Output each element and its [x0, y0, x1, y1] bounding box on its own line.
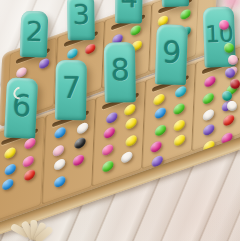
counter-dot-light-pink[interactable] — [52, 144, 64, 158]
counter-dot-green[interactable] — [202, 92, 214, 106]
boards-wrapper: 2345 678910 — [0, 0, 240, 241]
counter-dot-yellow[interactable] — [153, 93, 165, 107]
counter-dot-red[interactable] — [23, 168, 35, 182]
counter-dot-yellow[interactable] — [123, 103, 135, 117]
tray-bead-purple[interactable] — [225, 68, 235, 78]
tile-number: 2 — [25, 16, 42, 54]
tile-number: 7 — [62, 69, 81, 110]
counter-dot-green[interactable] — [180, 7, 191, 20]
tile-number: 3 — [72, 0, 89, 36]
counting-slot-8: 8 — [91, 80, 146, 187]
rope-tassel — [4, 220, 64, 241]
tray-bead-white[interactable] — [227, 101, 237, 111]
counter-dot-blue[interactable] — [1, 178, 13, 192]
counting-slot-6: 6 — [0, 116, 45, 223]
counting-board-scene: 2345 678910 — [0, 0, 240, 241]
tray-bead-light-pink[interactable] — [228, 55, 238, 65]
number-tile-5[interactable]: 5 — [160, 0, 189, 7]
counter-dot-cyan[interactable] — [174, 85, 186, 99]
tray-bead-green[interactable] — [224, 43, 234, 53]
counter-dot-white[interactable] — [202, 108, 214, 122]
counter-dot-yellow[interactable] — [125, 134, 137, 148]
counter-dot-magenta[interactable] — [72, 153, 84, 167]
counter-dot-green[interactable] — [154, 124, 166, 138]
number-tile-8[interactable]: 8 — [104, 42, 136, 103]
counter-dot-green[interactable] — [101, 160, 113, 174]
number-tile-7[interactable]: 7 — [55, 60, 87, 121]
counter-dot-hot-pink[interactable] — [22, 155, 34, 169]
counter-dot-purple[interactable] — [151, 154, 163, 168]
counter-dot-blue[interactable] — [154, 106, 166, 120]
counter-dot-black[interactable] — [74, 136, 86, 150]
counter-dot-magenta[interactable] — [150, 140, 162, 154]
tile-number: 5 — [166, 0, 183, 3]
counter-dot-white[interactable] — [53, 158, 65, 172]
counting-slot-7: 7 — [41, 98, 96, 205]
counter-dot-green[interactable] — [130, 24, 141, 37]
tray-bead-dark-red[interactable] — [230, 79, 240, 89]
counter-dot-green[interactable] — [173, 102, 185, 116]
counter-dot-red[interactable] — [222, 113, 234, 127]
tile-number: 4 — [120, 0, 137, 19]
counter-dot-magenta[interactable] — [204, 75, 216, 89]
counting-slot-9: 9 — [141, 62, 196, 169]
counter-dot-blue[interactable] — [54, 126, 66, 140]
counter-dot-purple[interactable] — [105, 111, 117, 125]
counter-dot-yellow[interactable] — [4, 146, 16, 160]
counter-dot-light-pink[interactable] — [16, 66, 27, 79]
counter-dot-magenta[interactable] — [221, 131, 233, 145]
number-tile-3[interactable]: 3 — [67, 0, 95, 40]
tile-number: 8 — [110, 52, 129, 93]
counter-dot-blue[interactable] — [53, 175, 65, 189]
counter-dot-hot-pink[interactable] — [101, 143, 113, 157]
counter-dot-yellow[interactable] — [173, 133, 185, 147]
counter-dot-white[interactable] — [76, 121, 88, 135]
counter-dot-cyan[interactable] — [67, 47, 78, 60]
number-tile-4[interactable]: 4 — [115, 0, 143, 24]
counter-dot-yellow[interactable] — [173, 119, 185, 133]
counter-dot-purple[interactable] — [39, 57, 50, 70]
counter-dot-magenta[interactable] — [103, 126, 115, 140]
tray-bead-teal[interactable] — [222, 91, 232, 101]
tray-bead-hot-pink[interactable] — [219, 20, 229, 30]
number-tile-9[interactable]: 9 — [155, 24, 188, 85]
tile-number: 9 — [162, 34, 182, 76]
counter-dot-blue[interactable] — [4, 163, 16, 177]
counter-dot-yellow[interactable] — [125, 117, 137, 131]
counter-dot-purple[interactable] — [202, 123, 214, 137]
counter-dot-white[interactable] — [120, 150, 132, 164]
counter-dot-red[interactable] — [85, 42, 96, 55]
counter-dot-yellow[interactable] — [203, 139, 215, 153]
counter-dot-hot-pink[interactable] — [24, 137, 36, 151]
number-tile-2[interactable]: 2 — [19, 11, 48, 58]
